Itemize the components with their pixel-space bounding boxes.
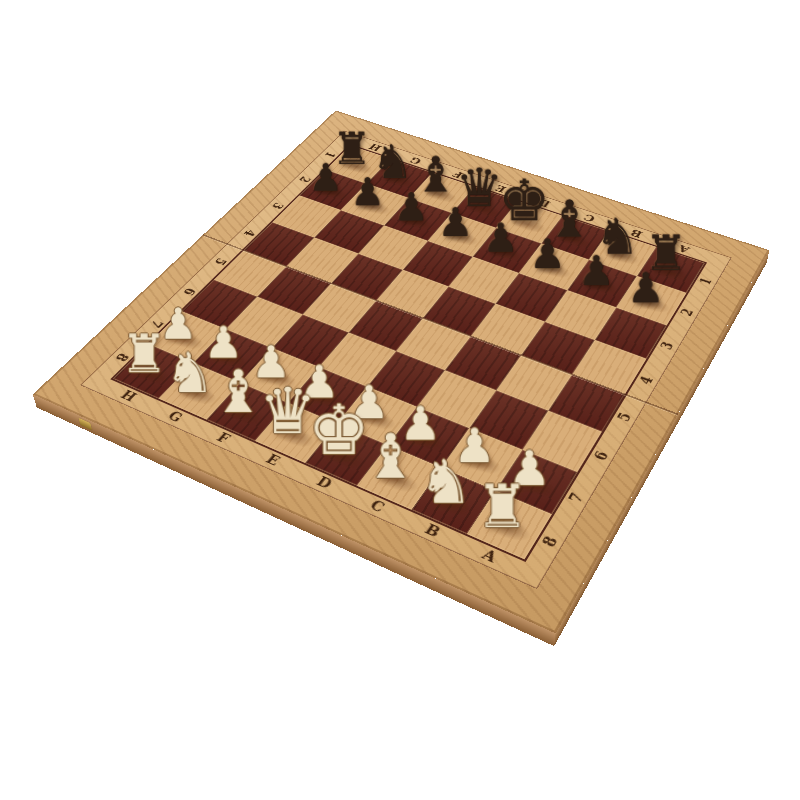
piece-shadow bbox=[217, 398, 272, 431]
piece-shadow bbox=[505, 466, 563, 503]
piece-shadow bbox=[298, 382, 352, 415]
piece-shadow bbox=[124, 358, 177, 389]
piece-shadow bbox=[477, 508, 537, 547]
piece-shadow bbox=[436, 225, 484, 250]
white-king-piece: ♚ bbox=[308, 396, 369, 466]
piece-shadow bbox=[596, 243, 645, 269]
brass-clasp bbox=[78, 418, 92, 431]
product-photo-scene: HGFEDCBA HGFEDCBA 12345678 12345678 ♜♞♝♛… bbox=[0, 0, 800, 800]
piece-shadow bbox=[528, 256, 577, 282]
piece-shadow bbox=[170, 378, 224, 410]
squares-grid: ♜♞♝♛♚♝♞♜♟♟♟♟♟♟♟♟♟♟♟♟♟♟♟♟♜♞♝♛♚♝♞♜ bbox=[113, 145, 704, 559]
chessboard: HGFEDCBA HGFEDCBA 12345678 12345678 ♜♞♝♛… bbox=[33, 111, 770, 634]
piece-shadow bbox=[624, 289, 675, 317]
piece-shadow bbox=[266, 419, 322, 453]
piece-shadow bbox=[250, 362, 303, 394]
piece-shadow bbox=[422, 485, 481, 523]
square bbox=[417, 370, 495, 427]
piece-shadow bbox=[368, 462, 426, 499]
piece-shadow bbox=[204, 343, 256, 374]
piece-shadow bbox=[316, 440, 373, 476]
